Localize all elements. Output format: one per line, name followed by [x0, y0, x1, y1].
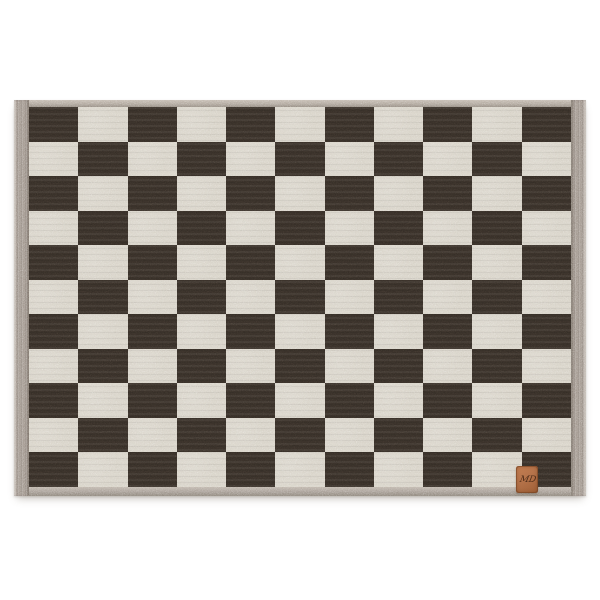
- board-square: [275, 349, 324, 384]
- board-square: [275, 452, 324, 487]
- board-square: [177, 383, 226, 418]
- board-square: [226, 418, 275, 453]
- board-square: [128, 142, 177, 177]
- board-square: [374, 245, 423, 280]
- board-square: [128, 349, 177, 384]
- board-square: [29, 349, 78, 384]
- brand-monogram: MD: [518, 475, 536, 484]
- board-square: [29, 176, 78, 211]
- board-square: [78, 452, 127, 487]
- board-square: [78, 349, 127, 384]
- board-square: [177, 176, 226, 211]
- board-square: [29, 245, 78, 280]
- product-photo: MD: [0, 0, 600, 600]
- board-square: [472, 280, 521, 315]
- board-square: [522, 107, 571, 142]
- board-square: [374, 142, 423, 177]
- board-square: [423, 107, 472, 142]
- checkerboard: [29, 107, 571, 487]
- board-square: [472, 245, 521, 280]
- board-square: [177, 245, 226, 280]
- board-square: [275, 245, 324, 280]
- board-square: [374, 280, 423, 315]
- board-square: [177, 314, 226, 349]
- board-square: [128, 452, 177, 487]
- board-square: [128, 314, 177, 349]
- board-square: [423, 211, 472, 246]
- board-square: [423, 383, 472, 418]
- board-square: [275, 176, 324, 211]
- board-square: [522, 349, 571, 384]
- board-square: [522, 280, 571, 315]
- board-square: [472, 383, 521, 418]
- board-square: [522, 176, 571, 211]
- board-square: [78, 107, 127, 142]
- hem-top: [14, 100, 586, 107]
- board-square: [325, 107, 374, 142]
- board-square: [472, 452, 521, 487]
- board-square: [226, 176, 275, 211]
- board-square: [29, 142, 78, 177]
- board-square: [29, 383, 78, 418]
- board-square: [374, 383, 423, 418]
- board-square: [226, 452, 275, 487]
- checkered-towel: MD: [14, 100, 586, 496]
- board-square: [275, 107, 324, 142]
- board-square: [325, 383, 374, 418]
- board-square: [29, 280, 78, 315]
- selvedge-left: [14, 100, 29, 496]
- board-square: [177, 452, 226, 487]
- board-square: [325, 245, 374, 280]
- board-square: [275, 314, 324, 349]
- board-square: [128, 211, 177, 246]
- board-square: [472, 142, 521, 177]
- board-square: [325, 142, 374, 177]
- board-square: [177, 349, 226, 384]
- board-square: [423, 176, 472, 211]
- board-square: [226, 107, 275, 142]
- board-square: [374, 107, 423, 142]
- board-square: [29, 418, 78, 453]
- board-square: [325, 280, 374, 315]
- board-square: [78, 418, 127, 453]
- board-square: [128, 107, 177, 142]
- board-square: [128, 418, 177, 453]
- board-square: [78, 314, 127, 349]
- board-square: [423, 280, 472, 315]
- board-square: [325, 349, 374, 384]
- board-square: [374, 314, 423, 349]
- board-square: [374, 349, 423, 384]
- board-square: [423, 452, 472, 487]
- board-square: [472, 418, 521, 453]
- board-square: [226, 211, 275, 246]
- board-square: [325, 211, 374, 246]
- board-square: [226, 314, 275, 349]
- board-square: [325, 314, 374, 349]
- board-square: [226, 142, 275, 177]
- board-square: [472, 349, 521, 384]
- board-square: [423, 418, 472, 453]
- board-square: [78, 383, 127, 418]
- board-square: [423, 142, 472, 177]
- board-square: [472, 107, 521, 142]
- selvedge-right: [571, 100, 586, 496]
- board-square: [374, 176, 423, 211]
- board-square: [275, 211, 324, 246]
- board-square: [78, 245, 127, 280]
- board-square: [423, 314, 472, 349]
- board-square: [522, 418, 571, 453]
- board-square: [78, 211, 127, 246]
- board-square: [177, 142, 226, 177]
- board-square: [128, 245, 177, 280]
- board-square: [325, 418, 374, 453]
- board-square: [522, 211, 571, 246]
- board-square: [374, 211, 423, 246]
- board-square: [177, 418, 226, 453]
- board-square: [177, 280, 226, 315]
- board-square: [423, 349, 472, 384]
- board-square: [177, 211, 226, 246]
- board-square: [29, 314, 78, 349]
- board-square: [226, 383, 275, 418]
- board-square: [275, 280, 324, 315]
- board-square: [374, 418, 423, 453]
- board-square: [226, 245, 275, 280]
- board-square: [325, 176, 374, 211]
- board-square: [226, 349, 275, 384]
- board-square: [522, 142, 571, 177]
- board-square: [128, 176, 177, 211]
- board-square: [325, 452, 374, 487]
- board-square: [78, 280, 127, 315]
- board-square: [472, 314, 521, 349]
- board-square: [472, 176, 521, 211]
- board-square: [29, 452, 78, 487]
- board-square: [275, 418, 324, 453]
- board-square: [78, 142, 127, 177]
- board-square: [522, 245, 571, 280]
- hem-bottom: [14, 487, 586, 496]
- board-square: [374, 452, 423, 487]
- board-square: [29, 211, 78, 246]
- board-square: [128, 383, 177, 418]
- board-square: [275, 383, 324, 418]
- board-square: [275, 142, 324, 177]
- board-square: [472, 211, 521, 246]
- board-square: [177, 107, 226, 142]
- board-square: [522, 383, 571, 418]
- board-square: [78, 176, 127, 211]
- board-square: [128, 280, 177, 315]
- board-square: [29, 107, 78, 142]
- board-square: [423, 245, 472, 280]
- board-square: [226, 280, 275, 315]
- board-square: [522, 314, 571, 349]
- brand-tag: MD: [516, 466, 538, 493]
